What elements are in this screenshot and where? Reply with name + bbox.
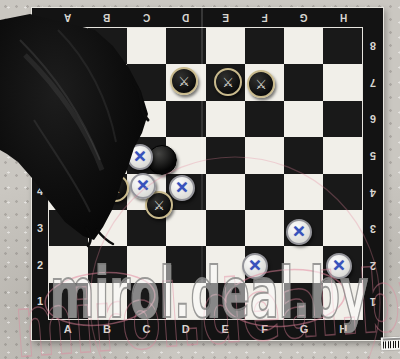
crossed-sabers-icon: ⚔	[153, 198, 165, 211]
piece-black-b4: ⚔	[101, 174, 129, 202]
product-photo-stage: ABCDEFGH ABCDEFGH 87654321 87654321 ⚔⚔⚔⚔…	[0, 0, 400, 359]
crossed-sabers-icon: ⚔	[255, 77, 267, 90]
saltire-cross-icon: ✕	[133, 149, 146, 165]
piece-white-c5: ✕	[127, 144, 153, 170]
saltire-cross-icon: ✕	[292, 224, 305, 240]
piece-black-e7: ⚔	[214, 68, 242, 96]
crossed-sabers-icon: ⚔	[222, 75, 234, 88]
piece-white-d4: ✕	[169, 175, 195, 201]
piece-black-d7: ⚔	[170, 67, 198, 95]
saltire-cross-icon: ✕	[136, 178, 149, 194]
piece-white-g3: ✕	[286, 219, 312, 245]
saltire-cross-icon: ✕	[332, 258, 345, 274]
piece-black-f7: ⚔	[247, 70, 275, 98]
saltire-cross-icon: ✕	[175, 180, 188, 196]
crossed-sabers-icon: ⚔	[109, 181, 121, 194]
piece-white-c4: ✕	[130, 173, 156, 199]
crossed-sabers-icon: ⚔	[178, 74, 190, 87]
piece-white-h2: ✕	[326, 253, 352, 279]
pieces-layer: ⚔⚔⚔⚔⚔✕✕✕✕✕✕	[0, 0, 400, 359]
saltire-cross-icon: ✕	[248, 258, 261, 274]
piece-white-f2: ✕	[242, 253, 268, 279]
